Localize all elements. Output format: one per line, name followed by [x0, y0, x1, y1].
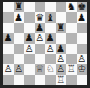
piece-black-queen[interactable]: ♛ [35, 12, 44, 22]
square-g3[interactable] [66, 54, 77, 64]
square-b4[interactable] [14, 44, 25, 54]
piece-black-rook[interactable]: ♜ [14, 2, 23, 12]
square-h3[interactable]: ♙ [77, 54, 88, 64]
chess-board: ♜♞♚♟♛♝♟♟♜♟♟♙♟♙♙♟♙♙♙♙♕♘♙♖♔♖ [3, 2, 87, 85]
piece-white-king[interactable]: ♔ [77, 64, 86, 74]
square-d3[interactable] [35, 54, 46, 64]
square-c1[interactable] [24, 75, 35, 85]
square-f5[interactable] [56, 33, 67, 43]
square-g6[interactable] [66, 23, 77, 33]
square-c3[interactable] [24, 54, 35, 64]
square-a8[interactable] [3, 2, 14, 12]
piece-white-pawn[interactable]: ♙ [25, 44, 34, 54]
square-d1[interactable] [35, 75, 46, 85]
square-g5[interactable] [66, 33, 77, 43]
piece-black-knight[interactable]: ♞ [67, 2, 76, 12]
square-b1[interactable] [14, 75, 25, 85]
square-e1[interactable] [45, 75, 56, 85]
square-d8[interactable] [35, 2, 46, 12]
square-b2[interactable]: ♙ [14, 64, 25, 74]
square-c6[interactable] [24, 23, 35, 33]
piece-white-queen[interactable]: ♕ [35, 64, 44, 74]
square-d7[interactable]: ♛ [35, 12, 46, 22]
piece-white-pawn[interactable]: ♙ [14, 64, 23, 74]
square-e2[interactable]: ♘ [45, 64, 56, 74]
square-e4[interactable]: ♙ [45, 44, 56, 54]
square-e3[interactable] [45, 54, 56, 64]
square-h7[interactable]: ♟ [77, 12, 88, 22]
square-b5[interactable] [14, 33, 25, 43]
piece-black-rook[interactable]: ♜ [56, 23, 65, 33]
square-b8[interactable]: ♜ [14, 2, 25, 12]
piece-white-rook[interactable]: ♖ [56, 75, 65, 85]
square-g1[interactable] [66, 75, 77, 85]
square-h2[interactable]: ♔ [77, 64, 88, 74]
piece-white-pawn[interactable]: ♙ [56, 54, 65, 64]
square-c7[interactable] [24, 12, 35, 22]
piece-white-knight[interactable]: ♘ [46, 64, 55, 74]
square-e5[interactable]: ♟ [45, 33, 56, 43]
square-g4[interactable] [66, 44, 77, 54]
square-a1[interactable] [3, 75, 14, 85]
square-h5[interactable] [77, 33, 88, 43]
square-a7[interactable] [3, 12, 14, 22]
piece-black-bishop[interactable]: ♝ [46, 12, 55, 22]
square-e8[interactable] [45, 2, 56, 12]
piece-black-pawn[interactable]: ♟ [56, 44, 65, 54]
square-f6[interactable]: ♜ [56, 23, 67, 33]
square-d6[interactable]: ♟ [35, 23, 46, 33]
piece-black-king[interactable]: ♚ [77, 2, 86, 12]
square-h4[interactable] [77, 44, 88, 54]
piece-white-pawn[interactable]: ♙ [4, 64, 13, 74]
square-f7[interactable] [56, 12, 67, 22]
square-a2[interactable]: ♙ [3, 64, 14, 74]
square-c5[interactable]: ♟ [24, 33, 35, 43]
square-a6[interactable] [3, 23, 14, 33]
square-b6[interactable] [14, 23, 25, 33]
piece-black-pawn[interactable]: ♟ [25, 33, 34, 43]
square-d5[interactable]: ♙ [35, 33, 46, 43]
square-a3[interactable] [3, 54, 14, 64]
piece-white-rook[interactable]: ♖ [67, 64, 76, 74]
square-g8[interactable]: ♞ [66, 2, 77, 12]
piece-black-pawn[interactable]: ♟ [46, 33, 55, 43]
square-c8[interactable] [24, 2, 35, 12]
square-b3[interactable] [14, 54, 25, 64]
square-e7[interactable]: ♝ [45, 12, 56, 22]
square-f2[interactable]: ♙ [56, 64, 67, 74]
square-g7[interactable] [66, 12, 77, 22]
square-f1[interactable]: ♖ [56, 75, 67, 85]
square-h1[interactable] [77, 75, 88, 85]
piece-black-pawn[interactable]: ♟ [35, 23, 44, 33]
piece-black-pawn[interactable]: ♟ [14, 12, 23, 22]
square-d2[interactable]: ♕ [35, 64, 46, 74]
square-b7[interactable]: ♟ [14, 12, 25, 22]
square-f4[interactable]: ♟ [56, 44, 67, 54]
square-a4[interactable] [3, 44, 14, 54]
square-h8[interactable]: ♚ [77, 2, 88, 12]
square-f3[interactable]: ♙ [56, 54, 67, 64]
square-c2[interactable] [24, 64, 35, 74]
piece-white-pawn[interactable]: ♙ [77, 54, 86, 64]
square-f8[interactable] [56, 2, 67, 12]
piece-black-pawn[interactable]: ♟ [77, 12, 86, 22]
piece-white-pawn[interactable]: ♙ [46, 44, 55, 54]
square-e6[interactable] [45, 23, 56, 33]
piece-black-pawn[interactable]: ♟ [4, 33, 13, 43]
square-c4[interactable]: ♙ [24, 44, 35, 54]
square-a5[interactable]: ♟ [3, 33, 14, 43]
chess-diagram: ♜♞♚♟♛♝♟♟♜♟♟♙♟♙♙♟♙♙♙♙♕♘♙♖♔♖ [0, 0, 90, 88]
square-g2[interactable]: ♖ [66, 64, 77, 74]
square-h6[interactable] [77, 23, 88, 33]
piece-white-pawn[interactable]: ♙ [56, 64, 65, 74]
square-d4[interactable] [35, 44, 46, 54]
piece-white-pawn[interactable]: ♙ [35, 33, 44, 43]
